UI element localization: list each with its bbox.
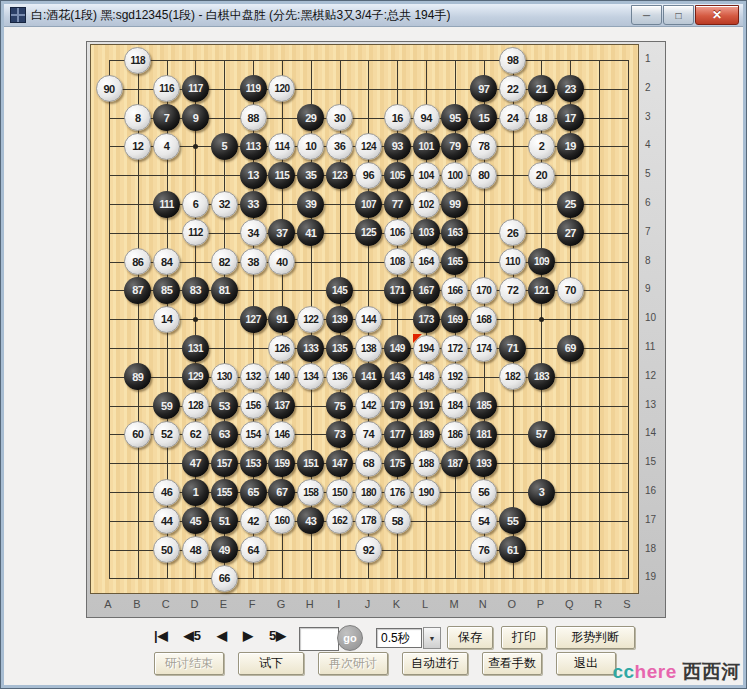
stone-42: 42 [240,507,267,534]
stone-165: 165 [441,248,468,275]
stone-91: 91 [268,306,295,333]
watermark-cc: cc [612,661,634,682]
stone-163: 163 [441,219,468,246]
stone-90: 90 [96,75,123,102]
row-label-6: 6 [645,197,663,208]
stone-20: 20 [528,162,555,189]
go-button[interactable]: go [337,625,363,651]
stone-150: 150 [326,479,353,506]
column-label-J: J [357,598,377,610]
stone-70: 70 [557,277,584,304]
stone-112: 112 [182,219,209,246]
stone-166: 166 [441,277,468,304]
stone-35: 35 [297,162,324,189]
stone-50: 50 [153,536,180,563]
stone-87: 87 [124,277,151,304]
stone-74: 74 [355,421,382,448]
stone-118: 118 [124,47,151,74]
stone-147: 147 [326,450,353,477]
stone-119: 119 [240,75,267,102]
stone-183: 183 [528,363,555,390]
stone-80: 80 [470,162,497,189]
star-point [539,317,544,322]
toolbar-row2: 研讨结束试下再次研讨自动进行查看手数退出 [154,652,616,675]
stone-100: 100 [441,162,468,189]
stone-53: 53 [211,392,238,419]
row-label-2: 2 [645,82,663,93]
stone-153: 153 [240,450,267,477]
stone-122: 122 [297,306,324,333]
stone-104: 104 [413,162,440,189]
column-label-A: A [98,598,118,610]
go-board[interactable]: 1234567891012131415161718192021222324252… [90,44,639,594]
stone-46: 46 [153,479,180,506]
stone-73: 73 [326,421,353,448]
stone-99: 99 [441,191,468,218]
row-label-18: 18 [645,543,663,554]
row-label-11: 11 [645,341,663,352]
stone-55: 55 [499,507,526,534]
stone-138: 138 [355,335,382,362]
toolbar-row1: 保存打印形势判断 [447,626,635,649]
stone-171: 171 [384,277,411,304]
stone-96: 96 [355,162,382,189]
stone-56: 56 [470,479,497,506]
stone-102: 102 [413,191,440,218]
stone-192: 192 [441,363,468,390]
column-label-N: N [473,598,493,610]
stone-79: 79 [441,133,468,160]
stone-44: 44 [153,507,180,534]
row-label-12: 12 [645,370,663,381]
stone-59: 59 [153,392,180,419]
stone-113: 113 [240,133,267,160]
stone-110: 110 [499,248,526,275]
column-label-L: L [415,598,435,610]
stone-137: 137 [268,392,295,419]
stone-32: 32 [211,191,238,218]
stone-169: 169 [441,306,468,333]
stone-121: 121 [528,277,555,304]
nav-toolbar: |◀◀5◀▶5▶▶| [151,626,319,646]
stone-168: 168 [470,306,497,333]
stone-72: 72 [499,277,526,304]
stone-81: 81 [211,277,238,304]
stone-26: 26 [499,219,526,246]
stone-22: 22 [499,75,526,102]
stone-2: 2 [528,133,555,160]
stone-76: 76 [470,536,497,563]
stone-105: 105 [384,162,411,189]
stone-111: 111 [153,191,180,218]
stone-88: 88 [240,104,267,131]
try-move-button[interactable]: 试下 [238,652,304,675]
review-again-button[interactable]: 再次研讨 [318,652,388,675]
stone-143: 143 [384,363,411,390]
stone-164: 164 [413,248,440,275]
stone-83: 83 [182,277,209,304]
stone-187: 187 [441,450,468,477]
stone-37: 37 [268,219,295,246]
column-label-M: M [444,598,464,610]
stone-3: 3 [528,479,555,506]
stone-190: 190 [413,479,440,506]
stone-6: 6 [182,191,209,218]
stone-135: 135 [326,335,353,362]
board-panel: 1234567891012131415161718192021222324252… [86,41,666,618]
stone-60: 60 [124,421,151,448]
column-label-Q: Q [559,598,579,610]
delay-select[interactable]: 0.5秒 ▼ [376,627,441,649]
stone-107: 107 [355,191,382,218]
stone-36: 36 [326,133,353,160]
row-label-3: 3 [645,111,663,122]
forward-button[interactable]: ▶ [240,626,256,646]
stone-128: 128 [182,392,209,419]
stone-41: 41 [297,219,324,246]
stone-146: 146 [268,421,295,448]
stone-57: 57 [528,421,555,448]
stone-27: 27 [557,219,584,246]
column-label-I: I [329,598,349,610]
stone-51: 51 [211,507,238,534]
stone-86: 86 [124,248,151,275]
stone-103: 103 [413,219,440,246]
stone-45: 45 [182,507,209,534]
minimize-button[interactable]: ─ [631,5,662,25]
stone-23: 23 [557,75,584,102]
stone-25: 25 [557,191,584,218]
stone-69: 69 [557,335,584,362]
stone-9: 9 [182,104,209,131]
stone-167: 167 [413,277,440,304]
stone-185: 185 [470,392,497,419]
stone-170: 170 [470,277,497,304]
stone-132: 132 [240,363,267,390]
app-window: 白:酒花(1段) 黑:sgd12345(1段) - 白棋中盘胜 (分先:黑棋贴3… [0,0,747,689]
stone-7: 7 [153,104,180,131]
watermark: cchere 西西河 [612,659,741,685]
column-label-H: H [300,598,320,610]
stone-116: 116 [153,75,180,102]
stone-94: 94 [413,104,440,131]
stone-33: 33 [240,191,267,218]
stone-64: 64 [240,536,267,563]
stone-95: 95 [441,104,468,131]
stone-78: 78 [470,133,497,160]
stone-123: 123 [326,162,353,189]
stone-129: 129 [182,363,209,390]
stone-19: 19 [557,133,584,160]
last-move-marker [413,334,422,343]
stone-1: 1 [182,479,209,506]
stone-136: 136 [326,363,353,390]
column-label-G: G [271,598,291,610]
stone-139: 139 [326,306,353,333]
stone-182: 182 [499,363,526,390]
row-label-19: 19 [645,571,663,582]
stone-124: 124 [355,133,382,160]
stone-180: 180 [355,479,382,506]
chevron-down-icon[interactable]: ▼ [423,627,441,649]
stone-157: 157 [211,450,238,477]
app-icon [10,7,26,23]
end-review-button[interactable]: 研讨结束 [154,652,224,675]
back-5-button[interactable]: ◀5 [181,626,204,646]
first-move-button[interactable]: |◀ [151,626,171,646]
exit-button[interactable]: 退出 [556,652,616,675]
row-label-8: 8 [645,255,663,266]
stone-68: 68 [355,450,382,477]
column-label-E: E [213,598,233,610]
column-label-C: C [156,598,176,610]
stone-155: 155 [211,479,238,506]
stone-133: 133 [297,335,324,362]
stone-172: 172 [441,335,468,362]
stone-186: 186 [441,421,468,448]
stone-4: 4 [153,133,180,160]
stone-38: 38 [240,248,267,275]
stone-179: 179 [384,392,411,419]
stone-92: 92 [355,536,382,563]
stone-193: 193 [470,450,497,477]
stone-178: 178 [355,507,382,534]
stone-5: 5 [211,133,238,160]
stone-176: 176 [384,479,411,506]
row-label-7: 7 [645,226,663,237]
star-point [193,317,198,322]
stone-145: 145 [326,277,353,304]
column-label-P: P [530,598,550,610]
stone-8: 8 [124,104,151,131]
column-label-K: K [386,598,406,610]
stone-43: 43 [297,507,324,534]
row-label-13: 13 [645,399,663,410]
stone-134: 134 [297,363,324,390]
column-label-R: R [588,598,608,610]
row-label-14: 14 [645,427,663,438]
delay-select-value: 0.5秒 [376,628,422,648]
stone-162: 162 [326,507,353,534]
row-label-9: 9 [645,283,663,294]
stone-24: 24 [499,104,526,131]
stone-181: 181 [470,421,497,448]
client-area: 1234567891012131415161718192021222324252… [4,27,743,685]
stone-12: 12 [124,133,151,160]
stone-71: 71 [499,335,526,362]
stone-189: 189 [413,421,440,448]
stone-85: 85 [153,277,180,304]
stone-191: 191 [413,392,440,419]
stone-62: 62 [182,421,209,448]
stone-61: 61 [499,536,526,563]
stone-120: 120 [268,75,295,102]
stone-117: 117 [182,75,209,102]
stone-89: 89 [124,363,151,390]
grid-line-v [513,60,514,579]
stone-77: 77 [384,191,411,218]
stone-177: 177 [384,421,411,448]
column-label-D: D [184,598,204,610]
position-judge-button[interactable]: 形势判断 [555,626,635,649]
row-label-15: 15 [645,456,663,467]
stone-40: 40 [268,248,295,275]
stone-34: 34 [240,219,267,246]
stone-160: 160 [268,507,295,534]
maximize-button[interactable]: □ [663,5,694,25]
stone-10: 10 [297,133,324,160]
view-move-count-button[interactable]: 查看手数 [482,652,542,675]
stone-63: 63 [211,421,238,448]
stone-67: 67 [268,479,295,506]
row-label-1: 1 [645,53,663,64]
close-button[interactable]: ✕ [695,5,739,25]
column-label-O: O [502,598,522,610]
title-bar[interactable]: 白:酒花(1段) 黑:sgd12345(1段) - 白棋中盘胜 (分先:黑棋贴3… [4,4,743,27]
stone-154: 154 [240,421,267,448]
stone-98: 98 [499,47,526,74]
stone-84: 84 [153,248,180,275]
stone-108: 108 [384,248,411,275]
stone-175: 175 [384,450,411,477]
stone-16: 16 [384,104,411,131]
stone-106: 106 [384,219,411,246]
stone-174: 174 [470,335,497,362]
stone-140: 140 [268,363,295,390]
auto-play-button[interactable]: 自动进行 [402,652,468,675]
stone-115: 115 [268,162,295,189]
stone-101: 101 [413,133,440,160]
stone-142: 142 [355,392,382,419]
stone-75: 75 [326,392,353,419]
stone-66: 66 [211,565,238,592]
stone-39: 39 [297,191,324,218]
watermark-here: here [635,661,677,682]
save-button[interactable]: 保存 [447,626,493,649]
stone-97: 97 [470,75,497,102]
stone-130: 130 [211,363,238,390]
stone-18: 18 [528,104,555,131]
watermark-site: 西西河 [683,661,742,682]
stone-144: 144 [355,306,382,333]
stone-126: 126 [268,335,295,362]
grid-line-v [628,60,629,579]
stone-114: 114 [268,133,295,160]
stone-159: 159 [268,450,295,477]
stone-29: 29 [297,104,324,131]
stone-14: 14 [153,306,180,333]
stone-30: 30 [326,104,353,131]
row-label-4: 4 [645,139,663,150]
column-label-F: F [242,598,262,610]
stone-93: 93 [384,133,411,160]
stone-109: 109 [528,248,555,275]
stone-58: 58 [384,507,411,534]
stone-156: 156 [240,392,267,419]
star-point [193,144,198,149]
stone-13: 13 [240,162,267,189]
stone-49: 49 [211,536,238,563]
stone-188: 188 [413,450,440,477]
row-label-10: 10 [645,312,663,323]
grid-line-v [599,60,600,579]
forward-5-button[interactable]: 5▶ [266,626,289,646]
stone-48: 48 [182,536,209,563]
stone-52: 52 [153,421,180,448]
row-label-5: 5 [645,168,663,179]
stone-21: 21 [528,75,555,102]
window-title: 白:酒花(1段) 黑:sgd12345(1段) - 白棋中盘胜 (分先:黑棋贴3… [31,7,450,24]
stone-184: 184 [441,392,468,419]
stone-131: 131 [182,335,209,362]
stone-15: 15 [470,104,497,131]
stone-17: 17 [557,104,584,131]
print-button[interactable]: 打印 [501,626,547,649]
stone-125: 125 [355,219,382,246]
stone-47: 47 [182,450,209,477]
stone-65: 65 [240,479,267,506]
stone-151: 151 [297,450,324,477]
column-label-B: B [127,598,147,610]
row-label-16: 16 [645,485,663,496]
stone-127: 127 [240,306,267,333]
column-label-S: S [617,598,637,610]
row-label-17: 17 [645,514,663,525]
stone-82: 82 [211,248,238,275]
stone-141: 141 [355,363,382,390]
grid-line-h [109,578,629,579]
stone-149: 149 [384,335,411,362]
move-number-input[interactable] [299,627,339,651]
stone-148: 148 [413,363,440,390]
stone-158: 158 [297,479,324,506]
back-button[interactable]: ◀ [214,626,230,646]
stone-54: 54 [470,507,497,534]
stone-173: 173 [413,306,440,333]
